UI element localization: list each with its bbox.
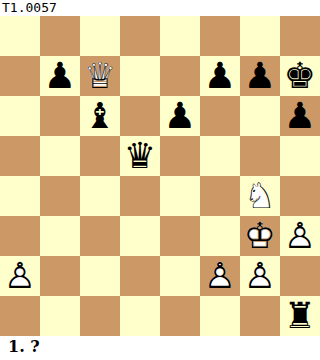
square-d6[interactable] [120,96,160,136]
square-h1[interactable]: ♜ [280,296,320,336]
square-c8[interactable] [80,16,120,56]
square-b7[interactable]: ♟ [40,56,80,96]
square-b3[interactable] [40,216,80,256]
square-g2[interactable]: ♟♙ [240,256,280,296]
square-a5[interactable] [0,136,40,176]
square-g7[interactable]: ♟ [240,56,280,96]
move-prompt: 1. ? [0,336,320,360]
square-h5[interactable] [280,136,320,176]
square-a4[interactable] [0,176,40,216]
square-c4[interactable] [80,176,120,216]
square-f8[interactable] [200,16,240,56]
piece-outline: ♘ [240,176,280,216]
white-pawn-icon: ♟♙ [280,216,320,256]
piece-outline: ♙ [200,256,240,296]
white-pawn-icon: ♟♙ [200,256,240,296]
square-d2[interactable] [120,256,160,296]
square-e3[interactable] [160,216,200,256]
white-king-icon: ♚♔ [240,216,280,256]
piece-outline: ♙ [0,256,40,296]
black-pawn-icon: ♟ [40,56,80,96]
square-f5[interactable] [200,136,240,176]
square-f2[interactable]: ♟♙ [200,256,240,296]
square-a6[interactable] [0,96,40,136]
black-king-icon: ♚ [280,56,320,96]
piece-outline: ♕ [80,56,120,96]
black-pawn-icon: ♟ [280,96,320,136]
square-d7[interactable] [120,56,160,96]
square-a2[interactable]: ♟♙ [0,256,40,296]
square-b6[interactable] [40,96,80,136]
square-c3[interactable] [80,216,120,256]
square-g3[interactable]: ♚♔ [240,216,280,256]
square-c6[interactable]: ♝ [80,96,120,136]
square-a3[interactable] [0,216,40,256]
square-e1[interactable] [160,296,200,336]
square-g5[interactable] [240,136,280,176]
square-e8[interactable] [160,16,200,56]
black-rook-icon: ♜ [280,296,320,336]
square-e7[interactable] [160,56,200,96]
square-c5[interactable] [80,136,120,176]
square-b5[interactable] [40,136,80,176]
square-b8[interactable] [40,16,80,56]
piece-outline: ♙ [280,216,320,256]
black-bishop-icon: ♝ [80,96,120,136]
black-pawn-icon: ♟ [160,96,200,136]
square-h3[interactable]: ♟♙ [280,216,320,256]
square-b4[interactable] [40,176,80,216]
square-g4[interactable]: ♞♘ [240,176,280,216]
square-f6[interactable] [200,96,240,136]
square-a1[interactable] [0,296,40,336]
white-pawn-icon: ♟♙ [0,256,40,296]
square-d1[interactable] [120,296,160,336]
piece-outline: ♔ [240,216,280,256]
square-d5[interactable]: ♛ [120,136,160,176]
square-d3[interactable] [120,216,160,256]
square-g8[interactable] [240,16,280,56]
square-h7[interactable]: ♚ [280,56,320,96]
square-a8[interactable] [0,16,40,56]
square-e4[interactable] [160,176,200,216]
square-f7[interactable]: ♟ [200,56,240,96]
square-a7[interactable] [0,56,40,96]
white-queen-icon: ♛♕ [80,56,120,96]
square-f4[interactable] [200,176,240,216]
square-d4[interactable] [120,176,160,216]
white-knight-icon: ♞♘ [240,176,280,216]
square-c2[interactable] [80,256,120,296]
square-h4[interactable] [280,176,320,216]
square-h6[interactable]: ♟ [280,96,320,136]
white-pawn-icon: ♟♙ [240,256,280,296]
black-pawn-icon: ♟ [200,56,240,96]
chess-board: ♟♛♕♟♟♚♝♟♟♛♞♘♚♔♟♙♟♙♟♙♟♙♜ [0,16,320,336]
square-e5[interactable] [160,136,200,176]
puzzle-id: T1.0057 [0,0,320,16]
square-d8[interactable] [120,16,160,56]
black-queen-icon: ♛ [120,136,160,176]
square-e2[interactable] [160,256,200,296]
square-h8[interactable] [280,16,320,56]
square-f1[interactable] [200,296,240,336]
square-h2[interactable] [280,256,320,296]
square-b2[interactable] [40,256,80,296]
square-c1[interactable] [80,296,120,336]
square-g6[interactable] [240,96,280,136]
piece-outline: ♙ [240,256,280,296]
square-f3[interactable] [200,216,240,256]
square-g1[interactable] [240,296,280,336]
chess-puzzle-page: T1.0057 ♟♛♕♟♟♚♝♟♟♛♞♘♚♔♟♙♟♙♟♙♟♙♜ 1. ? [0,0,320,360]
square-e6[interactable]: ♟ [160,96,200,136]
black-pawn-icon: ♟ [240,56,280,96]
square-c7[interactable]: ♛♕ [80,56,120,96]
square-b1[interactable] [40,296,80,336]
